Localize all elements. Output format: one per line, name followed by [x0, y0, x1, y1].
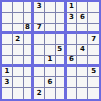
- cell-r2c7[interactable]: 3: [67, 13, 78, 24]
- cell-r8c9[interactable]: [88, 77, 99, 88]
- cell-r5c9[interactable]: [88, 45, 99, 56]
- cell-r1c9[interactable]: [88, 2, 99, 13]
- cell-r9c6[interactable]: [56, 88, 67, 99]
- cell-r6c9[interactable]: [88, 56, 99, 67]
- given-digit: 7: [91, 35, 96, 42]
- cell-r6c7[interactable]: 6: [67, 56, 78, 67]
- cell-r8c3[interactable]: [24, 77, 35, 88]
- given-digit: 3: [4, 78, 9, 85]
- cell-r6c5[interactable]: 1: [45, 56, 56, 67]
- cell-r6c6[interactable]: [56, 56, 67, 67]
- cell-r8c5[interactable]: 6: [45, 77, 56, 88]
- cell-r7c6[interactable]: [56, 67, 67, 78]
- cell-r9c2[interactable]: [13, 88, 24, 99]
- cell-r8c1[interactable]: 3: [2, 77, 13, 88]
- given-digit: 1: [4, 68, 9, 75]
- cell-r9c4[interactable]: 2: [34, 88, 45, 99]
- cell-r2c5[interactable]: [45, 13, 56, 24]
- cell-r3c3[interactable]: 8: [24, 24, 35, 35]
- cell-r7c2[interactable]: [13, 67, 24, 78]
- cell-r1c8[interactable]: [77, 2, 88, 13]
- cell-r9c3[interactable]: [24, 88, 35, 99]
- cell-r2c8[interactable]: 6: [77, 13, 88, 24]
- cell-r4c3[interactable]: [24, 34, 35, 45]
- cell-r1c5[interactable]: [45, 2, 56, 13]
- cell-r3c9[interactable]: [88, 24, 99, 35]
- given-digit: 5: [57, 46, 62, 53]
- cell-r7c5[interactable]: [45, 67, 56, 78]
- sudoku-board: 31368727541615362: [0, 0, 101, 101]
- cell-r6c8[interactable]: [77, 56, 88, 67]
- cell-r7c1[interactable]: 1: [2, 67, 13, 78]
- given-digit: 6: [69, 56, 74, 63]
- cell-r1c6[interactable]: [56, 2, 67, 13]
- given-digit: 2: [37, 90, 42, 97]
- cell-r7c9[interactable]: 5: [88, 67, 99, 78]
- cell-r9c5[interactable]: [45, 88, 56, 99]
- given-digit: 4: [80, 46, 85, 53]
- cell-r5c1[interactable]: [2, 45, 13, 56]
- cell-r6c4[interactable]: [34, 56, 45, 67]
- given-digit: 5: [91, 68, 96, 75]
- given-digit: 6: [48, 78, 53, 85]
- given-digit: 1: [69, 3, 74, 10]
- cell-r4c2[interactable]: 2: [13, 34, 24, 45]
- cell-r8c7[interactable]: [67, 77, 78, 88]
- cell-r4c1[interactable]: [2, 34, 13, 45]
- cell-r9c9[interactable]: [88, 88, 99, 99]
- cell-r1c4[interactable]: 3: [34, 2, 45, 13]
- given-digit: 7: [37, 23, 42, 30]
- cell-r3c5[interactable]: [45, 24, 56, 35]
- cell-r9c1[interactable]: [2, 88, 13, 99]
- cell-r7c8[interactable]: [77, 67, 88, 78]
- cell-r3c6[interactable]: [56, 24, 67, 35]
- given-digit: 3: [37, 3, 42, 10]
- given-digit: 8: [25, 23, 30, 30]
- cell-r1c3[interactable]: [24, 2, 35, 13]
- cell-r6c3[interactable]: [24, 56, 35, 67]
- cell-r4c4[interactable]: [34, 34, 45, 45]
- cell-r1c7[interactable]: 1: [67, 2, 78, 13]
- cell-r2c1[interactable]: [2, 13, 13, 24]
- cell-r4c9[interactable]: 7: [88, 34, 99, 45]
- cell-r2c9[interactable]: [88, 13, 99, 24]
- cell-r5c6[interactable]: 5: [56, 45, 67, 56]
- cell-r1c1[interactable]: [2, 2, 13, 13]
- cell-r5c3[interactable]: [24, 45, 35, 56]
- cell-r4c8[interactable]: [77, 34, 88, 45]
- cell-r8c2[interactable]: [13, 77, 24, 88]
- cell-r8c6[interactable]: [56, 77, 67, 88]
- cell-r5c2[interactable]: [13, 45, 24, 56]
- cell-r4c7[interactable]: [67, 34, 78, 45]
- cell-r7c3[interactable]: [24, 67, 35, 78]
- cell-r9c7[interactable]: [67, 88, 78, 99]
- given-digit: 3: [69, 14, 74, 21]
- cell-r6c2[interactable]: [13, 56, 24, 67]
- cell-r5c4[interactable]: [34, 45, 45, 56]
- cell-r1c2[interactable]: [13, 2, 24, 13]
- cell-r7c7[interactable]: [67, 67, 78, 78]
- cell-r4c5[interactable]: [45, 34, 56, 45]
- cell-r2c6[interactable]: [56, 13, 67, 24]
- cell-r3c7[interactable]: [67, 24, 78, 35]
- cell-r7c4[interactable]: [34, 67, 45, 78]
- cell-r5c8[interactable]: 4: [77, 45, 88, 56]
- cell-r8c8[interactable]: [77, 77, 88, 88]
- cell-r3c2[interactable]: [13, 24, 24, 35]
- cell-r3c1[interactable]: [2, 24, 13, 35]
- cell-r9c8[interactable]: [77, 88, 88, 99]
- cell-r3c4[interactable]: 7: [34, 24, 45, 35]
- given-digit: 1: [48, 56, 53, 63]
- cell-r2c2[interactable]: [13, 13, 24, 24]
- cell-r8c4[interactable]: [34, 77, 45, 88]
- cell-r4c6[interactable]: [56, 34, 67, 45]
- given-digit: 2: [15, 35, 20, 42]
- cell-r6c1[interactable]: [2, 56, 13, 67]
- given-digit: 6: [80, 14, 85, 21]
- cell-r3c8[interactable]: [77, 24, 88, 35]
